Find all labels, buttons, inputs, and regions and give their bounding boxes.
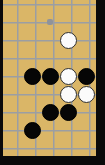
- black-stone[interactable]: [78, 68, 95, 85]
- white-stone[interactable]: [78, 86, 95, 103]
- white-stone[interactable]: [60, 86, 77, 103]
- go-board-grid[interactable]: [5, 0, 95, 157]
- black-stone[interactable]: [24, 68, 41, 85]
- black-stone[interactable]: [42, 104, 59, 121]
- star-point: [47, 19, 53, 25]
- go-app-frame: [0, 0, 105, 165]
- black-stone[interactable]: [42, 68, 59, 85]
- black-stone[interactable]: [24, 122, 41, 139]
- white-stone[interactable]: [60, 68, 77, 85]
- white-stone[interactable]: [60, 32, 77, 49]
- black-stone[interactable]: [60, 104, 77, 121]
